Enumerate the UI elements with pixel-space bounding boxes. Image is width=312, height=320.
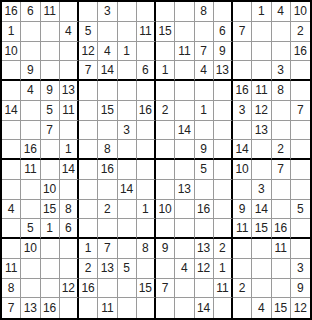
cell-r14c12[interactable]: 1 [214, 259, 233, 279]
cell-r6c9[interactable]: 2 [156, 101, 175, 121]
cell-r9c12[interactable] [214, 160, 233, 180]
cell-r1c1[interactable]: 16 [2, 2, 21, 22]
cell-r3c5[interactable]: 12 [79, 42, 98, 62]
cell-r7c3[interactable]: 7 [41, 121, 60, 141]
cell-r12c3[interactable]: 1 [41, 219, 60, 239]
cell-r3c16[interactable]: 16 [291, 42, 310, 62]
cell-r16c1[interactable]: 7 [2, 298, 21, 318]
cell-r13c8[interactable]: 8 [137, 239, 156, 259]
cell-r2c5[interactable]: 5 [79, 22, 98, 42]
cell-r3c9[interactable] [156, 42, 175, 62]
cell-r2c2[interactable] [21, 22, 40, 42]
cell-r10c5[interactable] [79, 180, 98, 200]
cell-r6c8[interactable]: 16 [137, 101, 156, 121]
cell-r16c6[interactable]: 11 [98, 298, 117, 318]
cell-r11c6[interactable]: 2 [98, 200, 117, 220]
cell-r10c4[interactable] [60, 180, 79, 200]
cell-r11c7[interactable] [118, 200, 137, 220]
cell-r15c16[interactable]: 9 [291, 279, 310, 299]
cell-r5c16[interactable] [291, 81, 310, 101]
cell-r16c13[interactable] [233, 298, 252, 318]
cell-r7c15[interactable] [272, 121, 291, 141]
cell-r16c4[interactable] [60, 298, 79, 318]
cell-r7c12[interactable] [214, 121, 233, 141]
cell-r12c12[interactable] [214, 219, 233, 239]
cell-r8c7[interactable] [118, 140, 137, 160]
cell-r12c6[interactable] [98, 219, 117, 239]
cell-r6c2[interactable] [21, 101, 40, 121]
page: 1661138141014511156721012411179169714614… [0, 0, 312, 320]
cell-r2c13[interactable]: 7 [233, 22, 252, 42]
cell-r11c4[interactable]: 8 [60, 200, 79, 220]
cell-r10c10[interactable]: 13 [175, 180, 194, 200]
cell-r6c13[interactable]: 3 [233, 101, 252, 121]
cell-r16c3[interactable]: 16 [41, 298, 60, 318]
cell-r13c9[interactable]: 9 [156, 239, 175, 259]
cell-r5c11[interactable] [195, 81, 214, 101]
cell-r13c12[interactable]: 2 [214, 239, 233, 259]
cell-r1c6[interactable]: 3 [98, 2, 117, 22]
cell-r10c2[interactable] [21, 180, 40, 200]
cell-r1c14[interactable]: 1 [252, 2, 271, 22]
cell-r9c1[interactable] [2, 160, 21, 180]
cell-r12c5[interactable] [79, 219, 98, 239]
cell-r9c14[interactable] [252, 160, 271, 180]
cell-r6c3[interactable]: 5 [41, 101, 60, 121]
cell-r4c15[interactable]: 3 [272, 61, 291, 81]
cell-r14c1[interactable]: 11 [2, 259, 21, 279]
cell-r11c10[interactable] [175, 200, 194, 220]
cell-r15c6[interactable] [98, 279, 117, 299]
cell-r8c3[interactable] [41, 140, 60, 160]
cell-r1c9[interactable] [156, 2, 175, 22]
cell-r4c11[interactable]: 4 [195, 61, 214, 81]
cell-r7c5[interactable] [79, 121, 98, 141]
cell-r12c1[interactable] [2, 219, 21, 239]
cell-r11c12[interactable] [214, 200, 233, 220]
cell-r9c13[interactable]: 10 [233, 160, 252, 180]
cell-r4c2[interactable]: 9 [21, 61, 40, 81]
cell-r10c16[interactable] [291, 180, 310, 200]
cell-r15c13[interactable]: 2 [233, 279, 252, 299]
cell-r1c8[interactable] [137, 2, 156, 22]
cell-r11c9[interactable]: 10 [156, 200, 175, 220]
cell-r16c11[interactable]: 14 [195, 298, 214, 318]
cell-r1c16[interactable]: 10 [291, 2, 310, 22]
cell-r10c9[interactable] [156, 180, 175, 200]
cell-r13c7[interactable] [118, 239, 137, 259]
cell-r13c14[interactable] [252, 239, 271, 259]
cell-r14c7[interactable]: 5 [118, 259, 137, 279]
cell-r3c8[interactable] [137, 42, 156, 62]
cell-r3c2[interactable] [21, 42, 40, 62]
cell-r12c2[interactable]: 5 [21, 219, 40, 239]
cell-r16c5[interactable] [79, 298, 98, 318]
cell-r8c6[interactable]: 8 [98, 140, 117, 160]
cell-r11c16[interactable]: 5 [291, 200, 310, 220]
cell-r15c10[interactable] [175, 279, 194, 299]
cell-r5c5[interactable] [79, 81, 98, 101]
cell-r13c6[interactable]: 7 [98, 239, 117, 259]
cell-r11c8[interactable]: 1 [137, 200, 156, 220]
cell-r2c10[interactable] [175, 22, 194, 42]
cell-r6c6[interactable]: 15 [98, 101, 117, 121]
cell-r16c8[interactable] [137, 298, 156, 318]
cell-r1c2[interactable]: 6 [21, 2, 40, 22]
cell-r15c4[interactable]: 12 [60, 279, 79, 299]
cell-r15c2[interactable] [21, 279, 40, 299]
cell-r11c3[interactable]: 15 [41, 200, 60, 220]
cell-r2c14[interactable] [252, 22, 271, 42]
cell-r8c14[interactable] [252, 140, 271, 160]
cell-r8c12[interactable] [214, 140, 233, 160]
cell-r4c1[interactable] [2, 61, 21, 81]
cell-r5c7[interactable] [118, 81, 137, 101]
cell-r15c15[interactable] [272, 279, 291, 299]
cell-r11c5[interactable] [79, 200, 98, 220]
cell-r16c9[interactable] [156, 298, 175, 318]
cell-r10c14[interactable]: 3 [252, 180, 271, 200]
cell-r7c9[interactable] [156, 121, 175, 141]
cell-r2c3[interactable] [41, 22, 60, 42]
cell-r4c4[interactable] [60, 61, 79, 81]
cell-r12c11[interactable] [195, 219, 214, 239]
cell-r8c9[interactable] [156, 140, 175, 160]
cell-r14c11[interactable]: 12 [195, 259, 214, 279]
cell-r12c7[interactable] [118, 219, 137, 239]
cell-r9c5[interactable] [79, 160, 98, 180]
cell-r15c1[interactable]: 8 [2, 279, 21, 299]
cell-r2c7[interactable] [118, 22, 137, 42]
cell-r11c11[interactable]: 16 [195, 200, 214, 220]
cell-r14c4[interactable] [60, 259, 79, 279]
cell-r14c3[interactable] [41, 259, 60, 279]
cell-r7c2[interactable] [21, 121, 40, 141]
cell-r9c8[interactable] [137, 160, 156, 180]
cell-r3c4[interactable] [60, 42, 79, 62]
cell-r16c10[interactable] [175, 298, 194, 318]
cell-r5c3[interactable]: 9 [41, 81, 60, 101]
cell-r4c12[interactable]: 13 [214, 61, 233, 81]
cell-r14c5[interactable]: 2 [79, 259, 98, 279]
cell-r15c8[interactable]: 15 [137, 279, 156, 299]
cell-r4c8[interactable]: 6 [137, 61, 156, 81]
cell-r6c1[interactable]: 14 [2, 101, 21, 121]
cell-r2c15[interactable] [272, 22, 291, 42]
cell-r12c16[interactable] [291, 219, 310, 239]
cell-r11c13[interactable]: 9 [233, 200, 252, 220]
cell-r6c16[interactable]: 7 [291, 101, 310, 121]
cell-r14c6[interactable]: 13 [98, 259, 117, 279]
cell-r9c4[interactable]: 14 [60, 160, 79, 180]
cell-r16c14[interactable]: 4 [252, 298, 271, 318]
cell-r1c13[interactable] [233, 2, 252, 22]
cell-r4c10[interactable] [175, 61, 194, 81]
cell-r5c10[interactable] [175, 81, 194, 101]
cell-r10c6[interactable] [98, 180, 117, 200]
cell-r5c2[interactable]: 4 [21, 81, 40, 101]
cell-r13c10[interactable] [175, 239, 194, 259]
cell-r15c3[interactable] [41, 279, 60, 299]
cell-r4c16[interactable] [291, 61, 310, 81]
cell-r8c2[interactable]: 16 [21, 140, 40, 160]
cell-r3c1[interactable]: 10 [2, 42, 21, 62]
cell-r3c15[interactable] [272, 42, 291, 62]
cell-r9c7[interactable] [118, 160, 137, 180]
cell-r12c13[interactable]: 11 [233, 219, 252, 239]
cell-r13c16[interactable] [291, 239, 310, 259]
cell-r12c15[interactable]: 16 [272, 219, 291, 239]
cell-r14c2[interactable] [21, 259, 40, 279]
cell-r6c11[interactable]: 1 [195, 101, 214, 121]
cell-r1c3[interactable]: 11 [41, 2, 60, 22]
cell-r10c3[interactable]: 10 [41, 180, 60, 200]
cell-r4c7[interactable] [118, 61, 137, 81]
cell-r9c6[interactable]: 16 [98, 160, 117, 180]
cell-r2c16[interactable]: 2 [291, 22, 310, 42]
cell-r3c12[interactable]: 9 [214, 42, 233, 62]
cell-r6c12[interactable] [214, 101, 233, 121]
cell-r16c2[interactable]: 13 [21, 298, 40, 318]
cell-r15c5[interactable]: 16 [79, 279, 98, 299]
cell-r12c4[interactable]: 6 [60, 219, 79, 239]
cell-r10c1[interactable] [2, 180, 21, 200]
cell-r14c15[interactable] [272, 259, 291, 279]
cell-r3c14[interactable] [252, 42, 271, 62]
cell-r12c14[interactable]: 15 [252, 219, 271, 239]
cell-r15c12[interactable]: 11 [214, 279, 233, 299]
cell-r2c11[interactable] [195, 22, 214, 42]
cell-r5c4[interactable]: 13 [60, 81, 79, 101]
cell-r9c15[interactable]: 7 [272, 160, 291, 180]
cell-r9c3[interactable] [41, 160, 60, 180]
cell-r11c2[interactable] [21, 200, 40, 220]
cell-r5c12[interactable] [214, 81, 233, 101]
cell-r7c1[interactable] [2, 121, 21, 141]
cell-r1c12[interactable] [214, 2, 233, 22]
cell-r12c9[interactable] [156, 219, 175, 239]
cell-r13c4[interactable] [60, 239, 79, 259]
cell-r7c14[interactable]: 13 [252, 121, 271, 141]
cell-r8c15[interactable]: 2 [272, 140, 291, 160]
cell-r10c13[interactable] [233, 180, 252, 200]
cell-r2c1[interactable]: 1 [2, 22, 21, 42]
cell-r13c1[interactable] [2, 239, 21, 259]
cell-r13c11[interactable]: 13 [195, 239, 214, 259]
cell-r7c4[interactable] [60, 121, 79, 141]
cell-r8c5[interactable] [79, 140, 98, 160]
cell-r15c9[interactable]: 7 [156, 279, 175, 299]
cell-r7c13[interactable] [233, 121, 252, 141]
cell-r9c16[interactable] [291, 160, 310, 180]
cell-r5c1[interactable] [2, 81, 21, 101]
cell-r10c15[interactable] [272, 180, 291, 200]
cell-r12c8[interactable] [137, 219, 156, 239]
cell-r4c5[interactable]: 7 [79, 61, 98, 81]
cell-r9c2[interactable]: 11 [21, 160, 40, 180]
cell-r5c15[interactable]: 8 [272, 81, 291, 101]
cell-r8c4[interactable]: 1 [60, 140, 79, 160]
cell-r16c15[interactable]: 15 [272, 298, 291, 318]
cell-r10c8[interactable] [137, 180, 156, 200]
cell-r5c8[interactable] [137, 81, 156, 101]
cell-r8c1[interactable] [2, 140, 21, 160]
cell-r10c12[interactable] [214, 180, 233, 200]
cell-r6c14[interactable]: 12 [252, 101, 271, 121]
cell-r13c3[interactable] [41, 239, 60, 259]
cell-r13c13[interactable] [233, 239, 252, 259]
cell-r1c11[interactable]: 8 [195, 2, 214, 22]
cell-r3c10[interactable]: 11 [175, 42, 194, 62]
cell-r1c10[interactable] [175, 2, 194, 22]
cell-r12c10[interactable] [175, 219, 194, 239]
cell-r8c11[interactable]: 9 [195, 140, 214, 160]
cell-r14c10[interactable]: 4 [175, 259, 194, 279]
cell-r7c11[interactable] [195, 121, 214, 141]
cell-r13c2[interactable]: 10 [21, 239, 40, 259]
cell-r2c9[interactable]: 15 [156, 22, 175, 42]
cell-r10c7[interactable]: 14 [118, 180, 137, 200]
cell-r4c3[interactable] [41, 61, 60, 81]
cell-r10c11[interactable] [195, 180, 214, 200]
cell-r16c7[interactable] [118, 298, 137, 318]
cell-r6c10[interactable] [175, 101, 194, 121]
cell-r4c6[interactable]: 14 [98, 61, 117, 81]
cell-r1c5[interactable] [79, 2, 98, 22]
cell-r2c4[interactable]: 4 [60, 22, 79, 42]
cell-r14c9[interactable] [156, 259, 175, 279]
cell-r3c11[interactable]: 7 [195, 42, 214, 62]
cell-r1c7[interactable] [118, 2, 137, 22]
cell-r3c13[interactable] [233, 42, 252, 62]
cell-r6c5[interactable] [79, 101, 98, 121]
cell-r9c9[interactable] [156, 160, 175, 180]
cell-r3c6[interactable]: 4 [98, 42, 117, 62]
cell-r6c15[interactable] [272, 101, 291, 121]
cell-r7c6[interactable] [98, 121, 117, 141]
cell-r4c13[interactable] [233, 61, 252, 81]
cell-r8c13[interactable]: 14 [233, 140, 252, 160]
cell-r8c10[interactable] [175, 140, 194, 160]
cell-r15c11[interactable] [195, 279, 214, 299]
cell-r7c8[interactable] [137, 121, 156, 141]
cell-r6c4[interactable]: 11 [60, 101, 79, 121]
cell-r14c16[interactable]: 3 [291, 259, 310, 279]
cell-r7c10[interactable]: 14 [175, 121, 194, 141]
cell-r6c7[interactable] [118, 101, 137, 121]
cell-r15c7[interactable] [118, 279, 137, 299]
cell-r5c9[interactable] [156, 81, 175, 101]
cell-r8c16[interactable] [291, 140, 310, 160]
cell-r4c9[interactable]: 1 [156, 61, 175, 81]
cell-r1c15[interactable]: 4 [272, 2, 291, 22]
cell-r15c14[interactable] [252, 279, 271, 299]
cell-r5c6[interactable] [98, 81, 117, 101]
cell-r11c1[interactable]: 4 [2, 200, 21, 220]
cell-r9c11[interactable]: 5 [195, 160, 214, 180]
cell-r2c12[interactable]: 6 [214, 22, 233, 42]
cell-r13c5[interactable]: 1 [79, 239, 98, 259]
sudoku-board: 1661138141014511156721012411179169714614… [0, 0, 312, 320]
cell-r4c14[interactable] [252, 61, 271, 81]
cell-r3c7[interactable]: 1 [118, 42, 137, 62]
cell-r9c10[interactable] [175, 160, 194, 180]
cell-r14c8[interactable] [137, 259, 156, 279]
cell-r2c8[interactable]: 11 [137, 22, 156, 42]
cell-r16c12[interactable] [214, 298, 233, 318]
cell-r3c3[interactable] [41, 42, 60, 62]
cell-r5c14[interactable]: 11 [252, 81, 271, 101]
cell-r8c8[interactable] [137, 140, 156, 160]
cell-r14c14[interactable] [252, 259, 271, 279]
cell-r7c7[interactable]: 3 [118, 121, 137, 141]
cell-r13c15[interactable]: 11 [272, 239, 291, 259]
cell-r1c4[interactable] [60, 2, 79, 22]
cell-r16c16[interactable]: 12 [291, 298, 310, 318]
cell-r14c13[interactable] [233, 259, 252, 279]
cell-r5c13[interactable]: 16 [233, 81, 252, 101]
cell-r11c14[interactable]: 14 [252, 200, 271, 220]
cell-r2c6[interactable] [98, 22, 117, 42]
cell-r7c16[interactable] [291, 121, 310, 141]
cell-r11c15[interactable] [272, 200, 291, 220]
